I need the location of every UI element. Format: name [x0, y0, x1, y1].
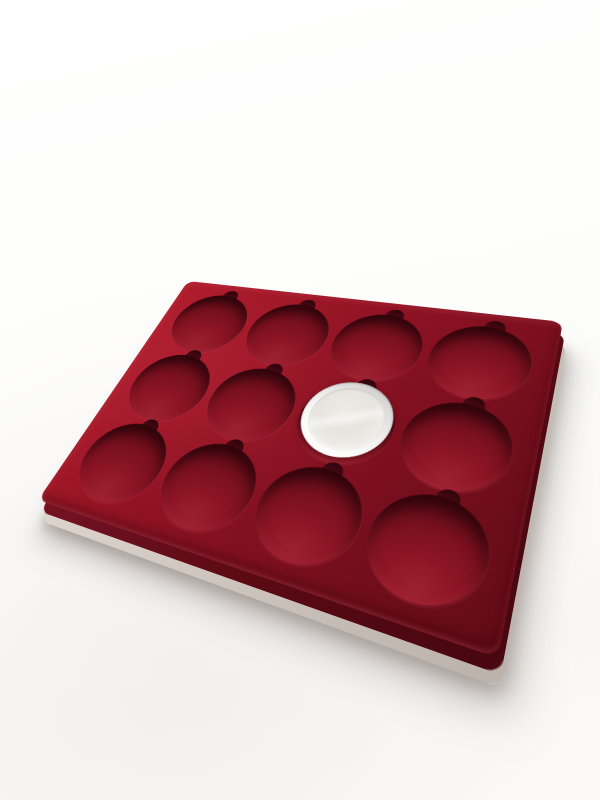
coin-well	[352, 484, 500, 624]
coin-well	[319, 310, 432, 388]
coin-well	[388, 395, 521, 504]
well-hole	[418, 321, 539, 407]
coin-well	[282, 378, 406, 475]
coin-well	[418, 321, 539, 407]
coin-capsule	[287, 376, 404, 467]
well-hole	[319, 310, 432, 388]
well-hole	[388, 395, 521, 504]
photo-background	[0, 0, 600, 800]
well-hole	[352, 484, 500, 624]
